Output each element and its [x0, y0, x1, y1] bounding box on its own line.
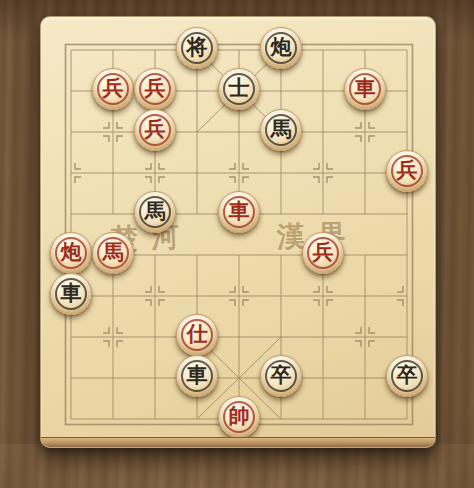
piece-glyph: 兵: [313, 242, 334, 263]
board-bottom-edge: [41, 437, 435, 447]
red-general[interactable]: 帥: [218, 396, 260, 438]
black-cannon[interactable]: 炮: [260, 27, 302, 69]
red-soldier[interactable]: 兵: [134, 68, 176, 110]
piece-glyph: 卒: [271, 365, 292, 386]
red-soldier[interactable]: 兵: [92, 68, 134, 110]
black-general[interactable]: 将: [176, 27, 218, 69]
piece-glyph: 兵: [145, 78, 166, 99]
piece-glyph: 車: [355, 78, 376, 99]
table-background: 楚河 漢界 将炮兵兵士車兵馬兵馬車炮馬兵車仕車卒卒帥: [0, 0, 474, 488]
black-horse[interactable]: 馬: [260, 109, 302, 151]
piece-glyph: 卒: [397, 365, 418, 386]
piece-glyph: 馬: [145, 201, 166, 222]
red-chariot[interactable]: 車: [344, 68, 386, 110]
piece-glyph: 車: [229, 201, 250, 222]
piece-glyph: 将: [187, 37, 208, 58]
piece-glyph: 馬: [103, 242, 124, 263]
piece-glyph: 車: [61, 283, 82, 304]
piece-glyph: 馬: [271, 119, 292, 140]
piece-glyph: 炮: [271, 37, 292, 58]
pieces-layer: 将炮兵兵士車兵馬兵馬車炮馬兵車仕車卒卒帥: [50, 30, 428, 440]
black-horse[interactable]: 馬: [134, 191, 176, 233]
piece-glyph: 仕: [187, 324, 208, 345]
black-chariot[interactable]: 車: [176, 355, 218, 397]
piece-glyph: 兵: [103, 78, 124, 99]
black-soldier[interactable]: 卒: [260, 355, 302, 397]
black-advisor[interactable]: 士: [218, 68, 260, 110]
piece-glyph: 帥: [229, 406, 250, 427]
piece-glyph: 車: [187, 365, 208, 386]
piece-glyph: 炮: [61, 242, 82, 263]
red-horse[interactable]: 馬: [92, 232, 134, 274]
black-chariot[interactable]: 車: [50, 273, 92, 315]
piece-glyph: 士: [229, 78, 250, 99]
red-soldier[interactable]: 兵: [302, 232, 344, 274]
xiangqi-board[interactable]: 楚河 漢界 将炮兵兵士車兵馬兵馬車炮馬兵車仕車卒卒帥: [40, 16, 436, 448]
piece-glyph: 兵: [397, 160, 418, 181]
red-cannon[interactable]: 炮: [50, 232, 92, 274]
red-advisor[interactable]: 仕: [176, 314, 218, 356]
piece-glyph: 兵: [145, 119, 166, 140]
red-soldier[interactable]: 兵: [134, 109, 176, 151]
red-soldier[interactable]: 兵: [386, 150, 428, 192]
red-chariot[interactable]: 車: [218, 191, 260, 233]
black-soldier[interactable]: 卒: [386, 355, 428, 397]
